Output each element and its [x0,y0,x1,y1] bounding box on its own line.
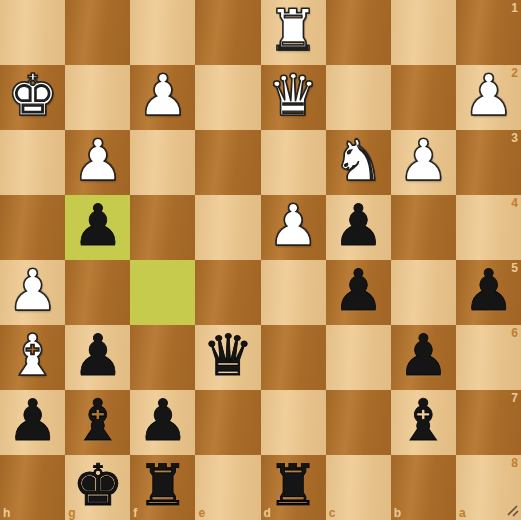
square-e3[interactable] [195,130,260,195]
square-f1[interactable] [130,0,195,65]
piece-white-rook[interactable]: ♜ [268,0,319,63]
square-b8[interactable]: b [391,455,456,520]
square-b3[interactable]: ♟ [391,130,456,195]
square-g2[interactable] [65,65,130,130]
piece-black-pawn[interactable]: ♟ [137,388,188,453]
square-a2[interactable]: ♟2 [456,65,521,130]
piece-black-pawn[interactable]: ♟ [7,388,58,453]
piece-white-queen[interactable]: ♛ [268,63,319,128]
square-a4[interactable]: 4 [456,195,521,260]
piece-white-pawn[interactable]: ♟ [398,128,449,193]
square-b7[interactable]: ♝ [391,390,456,455]
square-d2[interactable]: ♛ [261,65,326,130]
square-h8[interactable]: h [0,455,65,520]
rank-label-1: 1 [511,1,518,15]
piece-white-pawn[interactable]: ♟ [463,63,514,128]
square-a5[interactable]: ♟5 [456,260,521,325]
square-d1[interactable]: ♜ [261,0,326,65]
piece-black-bishop[interactable]: ♝ [72,388,123,453]
chess-board: ♜1♚♟♛♟2♟♞♟3♟♟♟4♟♟♟5♝♟♛♟6♟♝♟♝7h♚g♜fe♜dcb8… [0,0,521,520]
square-c2[interactable] [326,65,391,130]
square-g6[interactable]: ♟ [65,325,130,390]
square-g4[interactable]: ♟ [65,195,130,260]
square-b5[interactable] [391,260,456,325]
square-e5[interactable] [195,260,260,325]
piece-black-rook[interactable]: ♜ [268,453,319,518]
square-f7[interactable]: ♟ [130,390,195,455]
square-c3[interactable]: ♞ [326,130,391,195]
rank-label-4: 4 [511,196,518,210]
piece-black-pawn[interactable]: ♟ [463,258,514,323]
square-a7[interactable]: 7 [456,390,521,455]
square-h6[interactable]: ♝ [0,325,65,390]
square-f6[interactable] [130,325,195,390]
square-e4[interactable] [195,195,260,260]
square-d5[interactable] [261,260,326,325]
square-c4[interactable]: ♟ [326,195,391,260]
square-h1[interactable] [0,0,65,65]
square-h3[interactable] [0,130,65,195]
file-label-c: c [329,506,336,520]
square-e7[interactable] [195,390,260,455]
square-e6[interactable]: ♛ [195,325,260,390]
rank-label-6: 6 [511,326,518,340]
square-a3[interactable]: 3 [456,130,521,195]
piece-white-pawn[interactable]: ♟ [137,63,188,128]
piece-white-pawn[interactable]: ♟ [72,128,123,193]
square-e2[interactable] [195,65,260,130]
square-c8[interactable]: c [326,455,391,520]
piece-black-bishop[interactable]: ♝ [398,388,449,453]
piece-black-pawn[interactable]: ♟ [333,193,384,258]
file-label-b: b [394,506,401,520]
square-e8[interactable]: e [195,455,260,520]
square-b4[interactable] [391,195,456,260]
square-f5[interactable] [130,260,195,325]
piece-white-king[interactable]: ♚ [7,63,58,128]
square-g5[interactable] [65,260,130,325]
square-f3[interactable] [130,130,195,195]
square-f2[interactable]: ♟ [130,65,195,130]
square-h7[interactable]: ♟ [0,390,65,455]
square-c7[interactable] [326,390,391,455]
square-c5[interactable]: ♟ [326,260,391,325]
piece-white-bishop[interactable]: ♝ [7,323,58,388]
piece-black-queen[interactable]: ♛ [202,323,253,388]
rank-label-7: 7 [511,391,518,405]
piece-black-king[interactable]: ♚ [72,453,123,518]
square-d7[interactable] [261,390,326,455]
piece-white-pawn[interactable]: ♟ [7,258,58,323]
resize-handle-icon[interactable] [505,503,519,517]
square-d6[interactable] [261,325,326,390]
square-g3[interactable]: ♟ [65,130,130,195]
square-f4[interactable] [130,195,195,260]
square-c1[interactable] [326,0,391,65]
square-d4[interactable]: ♟ [261,195,326,260]
square-g1[interactable] [65,0,130,65]
square-d3[interactable] [261,130,326,195]
square-b1[interactable] [391,0,456,65]
rank-label-8: 8 [511,456,518,470]
square-a6[interactable]: 6 [456,325,521,390]
file-label-a: a [459,506,466,520]
square-b2[interactable] [391,65,456,130]
square-h4[interactable] [0,195,65,260]
file-label-h: h [3,506,10,520]
file-label-e: e [198,506,205,520]
square-h2[interactable]: ♚ [0,65,65,130]
square-g7[interactable]: ♝ [65,390,130,455]
square-a1[interactable]: 1 [456,0,521,65]
rank-label-3: 3 [511,131,518,145]
piece-black-pawn[interactable]: ♟ [72,323,123,388]
piece-white-pawn[interactable]: ♟ [268,193,319,258]
piece-black-pawn[interactable]: ♟ [333,258,384,323]
square-b6[interactable]: ♟ [391,325,456,390]
square-f8[interactable]: ♜f [130,455,195,520]
square-h5[interactable]: ♟ [0,260,65,325]
piece-white-knight[interactable]: ♞ [333,128,384,193]
square-d8[interactable]: ♜d [261,455,326,520]
square-e1[interactable] [195,0,260,65]
square-c6[interactable] [326,325,391,390]
piece-black-pawn[interactable]: ♟ [72,193,123,258]
square-g8[interactable]: ♚g [65,455,130,520]
piece-black-rook[interactable]: ♜ [137,453,188,518]
piece-black-pawn[interactable]: ♟ [398,323,449,388]
